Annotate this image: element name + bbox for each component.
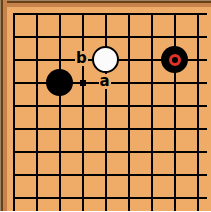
grid-line-vertical (13, 13, 15, 212)
grid-line-vertical (59, 13, 61, 212)
circle-marked-black-stone (161, 46, 188, 73)
grid-line-horizontal (13, 36, 208, 38)
black-stone (46, 69, 73, 96)
grid-line-vertical (128, 13, 130, 212)
point-label-b: b (75, 51, 88, 66)
grid-line-vertical (82, 13, 84, 212)
point-label-a: a (99, 74, 111, 89)
grid-line-horizontal (13, 128, 208, 130)
grid-line-horizontal (13, 105, 208, 107)
grid-line-vertical (105, 13, 107, 212)
grid-line-vertical (151, 13, 153, 212)
grid-line-horizontal (13, 151, 208, 153)
board-edge-left (0, 0, 7, 211)
circle-mark-icon (169, 54, 181, 66)
grid-line-horizontal (13, 174, 208, 176)
white-stone (92, 46, 119, 73)
grid-line-vertical (197, 13, 199, 212)
grid-line-vertical (174, 13, 176, 212)
go-board: ab (0, 0, 211, 211)
board-edge-top (0, 0, 211, 7)
grid-line-vertical (36, 13, 38, 212)
grid-line-horizontal (13, 197, 208, 199)
grid-line-horizontal (13, 13, 208, 15)
hoshi-marker (80, 80, 86, 86)
